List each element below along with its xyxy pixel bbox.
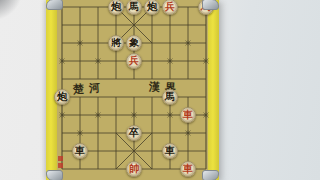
red-soldier[interactable]: 兵 [126,53,142,69]
black-chariot[interactable]: 車 [162,143,178,159]
black-horse[interactable]: 馬 [162,89,178,105]
river-label-left: 楚河 [73,80,106,97]
black-soldier[interactable]: 卒 [126,125,142,141]
brand-mark [58,156,63,171]
black-elephant[interactable]: 象 [126,35,142,51]
black-cannon[interactable]: 炮 [54,89,70,105]
corner-bracket-bottom-left [46,170,63,180]
board-frame-right-strip [208,0,219,180]
black-chariot[interactable]: 車 [72,143,88,159]
corner-bracket-bottom-right [202,170,219,180]
corner-bracket-top-left [46,0,63,10]
red-general[interactable]: 帥 [126,161,142,177]
red-chariot[interactable]: 車 [180,161,196,177]
board-frame-left-strip [46,0,57,180]
corner-bracket-top-right [202,0,219,10]
xiangqi-board: 楚河 漢界 炮馬炮兵馬將象兵炮馬車卒車車帥車 [46,0,219,180]
red-chariot[interactable]: 車 [180,107,196,123]
wall-shadow [0,0,22,20]
black-general[interactable]: 將 [108,35,124,51]
photo-scene: 楚河 漢界 炮馬炮兵馬將象兵炮馬車卒車車帥車 [0,0,320,180]
